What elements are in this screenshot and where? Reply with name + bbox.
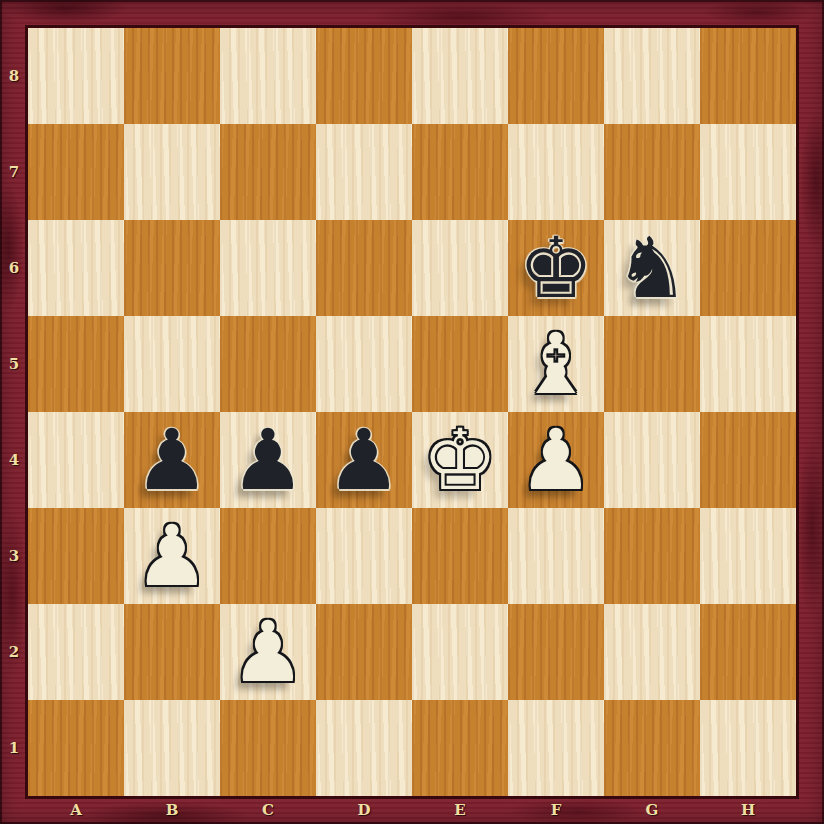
square-c7[interactable] [220,124,316,220]
rank-label-8: 8 [0,28,28,124]
square-d2[interactable] [316,604,412,700]
square-h6[interactable] [700,220,796,316]
square-b5[interactable] [124,316,220,412]
square-f7[interactable] [508,124,604,220]
square-d6[interactable] [316,220,412,316]
square-g8[interactable] [604,28,700,124]
black-pawn-b4[interactable]: ♟ [134,412,209,508]
white-pawn-f4[interactable]: ♟ [518,412,593,508]
square-e3[interactable] [412,508,508,604]
black-pawn-d4[interactable]: ♟ [326,412,401,508]
square-h8[interactable] [700,28,796,124]
chessboard-screenshot: ♚♞♝♟♟♟♚♟♟♟ 87654321 ABCDEFGH [0,0,824,824]
square-h3[interactable] [700,508,796,604]
square-b2[interactable] [124,604,220,700]
square-e1[interactable] [412,700,508,796]
square-e2[interactable] [412,604,508,700]
square-d4[interactable]: ♟ [316,412,412,508]
square-c4[interactable]: ♟ [220,412,316,508]
rank-labels: 87654321 [0,28,28,796]
square-c3[interactable] [220,508,316,604]
square-c8[interactable] [220,28,316,124]
file-label-a: A [28,796,124,824]
rank-label-3: 3 [0,508,28,604]
square-a6[interactable] [28,220,124,316]
square-b4[interactable]: ♟ [124,412,220,508]
square-e6[interactable] [412,220,508,316]
square-b1[interactable] [124,700,220,796]
square-b7[interactable] [124,124,220,220]
board-grid: ♚♞♝♟♟♟♚♟♟♟ [28,28,796,796]
file-label-f: F [508,796,604,824]
square-a5[interactable] [28,316,124,412]
white-pawn-c2[interactable]: ♟ [230,604,305,700]
square-a4[interactable] [28,412,124,508]
square-e4[interactable]: ♚ [412,412,508,508]
square-h7[interactable] [700,124,796,220]
black-knight-g6[interactable]: ♞ [614,220,689,316]
white-pawn-b3[interactable]: ♟ [134,508,209,604]
square-a2[interactable] [28,604,124,700]
square-f1[interactable] [508,700,604,796]
file-label-b: B [124,796,220,824]
file-label-e: E [412,796,508,824]
square-c1[interactable] [220,700,316,796]
square-h4[interactable] [700,412,796,508]
square-e8[interactable] [412,28,508,124]
square-a7[interactable] [28,124,124,220]
square-f5[interactable]: ♝ [508,316,604,412]
square-g3[interactable] [604,508,700,604]
square-d1[interactable] [316,700,412,796]
white-king-e4[interactable]: ♚ [422,412,497,508]
black-king-f6[interactable]: ♚ [518,220,593,316]
rank-label-6: 6 [0,220,28,316]
square-d5[interactable] [316,316,412,412]
square-h1[interactable] [700,700,796,796]
rank-label-1: 1 [0,700,28,796]
square-a8[interactable] [28,28,124,124]
square-e7[interactable] [412,124,508,220]
square-c6[interactable] [220,220,316,316]
square-b6[interactable] [124,220,220,316]
square-f3[interactable] [508,508,604,604]
rank-label-2: 2 [0,604,28,700]
square-c2[interactable]: ♟ [220,604,316,700]
file-label-g: G [604,796,700,824]
square-g6[interactable]: ♞ [604,220,700,316]
square-d3[interactable] [316,508,412,604]
white-bishop-f5[interactable]: ♝ [518,316,593,412]
file-label-h: H [700,796,796,824]
square-g7[interactable] [604,124,700,220]
black-pawn-c4[interactable]: ♟ [230,412,305,508]
square-h5[interactable] [700,316,796,412]
square-b8[interactable] [124,28,220,124]
rank-label-4: 4 [0,412,28,508]
square-e5[interactable] [412,316,508,412]
square-c5[interactable] [220,316,316,412]
rank-label-5: 5 [0,316,28,412]
square-g4[interactable] [604,412,700,508]
rank-label-7: 7 [0,124,28,220]
square-g1[interactable] [604,700,700,796]
file-labels: ABCDEFGH [28,796,796,824]
file-label-d: D [316,796,412,824]
square-f4[interactable]: ♟ [508,412,604,508]
square-g5[interactable] [604,316,700,412]
square-h2[interactable] [700,604,796,700]
square-f8[interactable] [508,28,604,124]
square-f6[interactable]: ♚ [508,220,604,316]
square-b3[interactable]: ♟ [124,508,220,604]
square-f2[interactable] [508,604,604,700]
square-d7[interactable] [316,124,412,220]
square-g2[interactable] [604,604,700,700]
square-a3[interactable] [28,508,124,604]
square-d8[interactable] [316,28,412,124]
file-label-c: C [220,796,316,824]
square-a1[interactable] [28,700,124,796]
